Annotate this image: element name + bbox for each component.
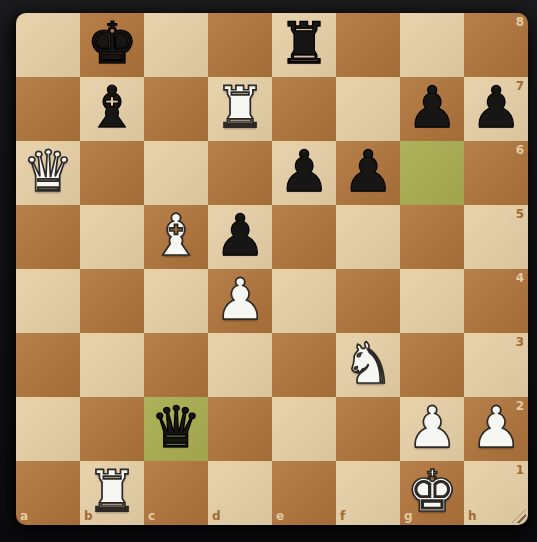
square-a4[interactable]: [16, 269, 80, 333]
square-g8[interactable]: [400, 13, 464, 77]
square-c1[interactable]: c: [144, 461, 208, 525]
square-c8[interactable]: [144, 13, 208, 77]
piece-white-pawn[interactable]: ♟: [214, 267, 265, 331]
square-d4[interactable]: ♟: [208, 269, 272, 333]
square-d3[interactable]: [208, 333, 272, 397]
square-b8[interactable]: ♚: [80, 13, 144, 77]
piece-black-queen[interactable]: ♛: [150, 395, 201, 459]
square-g5[interactable]: [400, 205, 464, 269]
square-d8[interactable]: [208, 13, 272, 77]
square-g1[interactable]: ♚g: [400, 461, 464, 525]
square-a8[interactable]: [16, 13, 80, 77]
square-f3[interactable]: ♞: [336, 333, 400, 397]
piece-white-knight[interactable]: ♞: [342, 331, 393, 395]
square-f1[interactable]: f: [336, 461, 400, 525]
rank-label-5: 5: [516, 207, 524, 221]
square-h4[interactable]: 4: [464, 269, 528, 333]
square-a1[interactable]: a: [16, 461, 80, 525]
square-a2[interactable]: [16, 397, 80, 461]
square-g7[interactable]: ♟: [400, 77, 464, 141]
piece-white-rook[interactable]: ♜: [214, 75, 265, 139]
square-e8[interactable]: ♜: [272, 13, 336, 77]
piece-white-pawn[interactable]: ♟: [406, 395, 457, 459]
piece-black-pawn[interactable]: ♟: [278, 139, 329, 203]
square-a6[interactable]: ♛: [16, 141, 80, 205]
square-h6[interactable]: 6: [464, 141, 528, 205]
rank-label-6: 6: [516, 143, 524, 157]
piece-black-pawn[interactable]: ♟: [214, 203, 265, 267]
square-a7[interactable]: [16, 77, 80, 141]
piece-white-rook[interactable]: ♜: [86, 459, 137, 523]
square-h2[interactable]: ♟2: [464, 397, 528, 461]
square-e3[interactable]: [272, 333, 336, 397]
file-label-a: a: [20, 509, 28, 523]
square-h3[interactable]: 3: [464, 333, 528, 397]
square-c6[interactable]: [144, 141, 208, 205]
square-f2[interactable]: [336, 397, 400, 461]
square-g6[interactable]: [400, 141, 464, 205]
square-g4[interactable]: [400, 269, 464, 333]
piece-black-bishop[interactable]: ♝: [86, 75, 137, 139]
square-c5[interactable]: ♝: [144, 205, 208, 269]
square-d2[interactable]: [208, 397, 272, 461]
square-b5[interactable]: [80, 205, 144, 269]
square-c4[interactable]: [144, 269, 208, 333]
piece-black-pawn[interactable]: ♟: [470, 75, 521, 139]
file-label-c: c: [148, 509, 155, 523]
square-g3[interactable]: [400, 333, 464, 397]
square-h1[interactable]: h1: [464, 461, 528, 525]
square-f6[interactable]: ♟: [336, 141, 400, 205]
square-g2[interactable]: ♟: [400, 397, 464, 461]
resize-handle-icon[interactable]: [512, 509, 526, 523]
file-label-h: h: [468, 509, 477, 523]
square-e2[interactable]: [272, 397, 336, 461]
square-f5[interactable]: [336, 205, 400, 269]
square-b7[interactable]: ♝: [80, 77, 144, 141]
file-label-d: d: [212, 509, 221, 523]
square-h8[interactable]: 8: [464, 13, 528, 77]
square-b3[interactable]: [80, 333, 144, 397]
rank-label-4: 4: [516, 271, 524, 285]
square-h5[interactable]: 5: [464, 205, 528, 269]
square-d6[interactable]: [208, 141, 272, 205]
square-d1[interactable]: d: [208, 461, 272, 525]
square-a5[interactable]: [16, 205, 80, 269]
square-c7[interactable]: [144, 77, 208, 141]
piece-black-pawn[interactable]: ♟: [406, 75, 457, 139]
square-a3[interactable]: [16, 333, 80, 397]
piece-white-queen[interactable]: ♛: [22, 139, 73, 203]
square-b1[interactable]: ♜b: [80, 461, 144, 525]
piece-white-bishop[interactable]: ♝: [150, 203, 201, 267]
square-f4[interactable]: [336, 269, 400, 333]
square-h7[interactable]: ♟7: [464, 77, 528, 141]
square-b4[interactable]: [80, 269, 144, 333]
rank-label-8: 8: [516, 15, 524, 29]
square-e1[interactable]: e: [272, 461, 336, 525]
square-e5[interactable]: [272, 205, 336, 269]
square-e4[interactable]: [272, 269, 336, 333]
square-f7[interactable]: [336, 77, 400, 141]
square-c2[interactable]: ♛: [144, 397, 208, 461]
piece-black-king[interactable]: ♚: [86, 13, 137, 75]
rank-label-1: 1: [516, 463, 524, 477]
rank-label-3: 3: [516, 335, 524, 349]
file-label-e: e: [276, 509, 284, 523]
square-c3[interactable]: [144, 333, 208, 397]
piece-black-pawn[interactable]: ♟: [342, 139, 393, 203]
piece-black-rook[interactable]: ♜: [278, 13, 329, 75]
square-b6[interactable]: [80, 141, 144, 205]
chess-board: ♚♜8♝♜♟♟7♛♟♟6♝♟5♟4♞3♛♟♟2a♜bcdef♚gh1: [16, 13, 528, 525]
square-b2[interactable]: [80, 397, 144, 461]
piece-white-pawn[interactable]: ♟: [470, 395, 521, 459]
square-e6[interactable]: ♟: [272, 141, 336, 205]
square-f8[interactable]: [336, 13, 400, 77]
piece-white-king[interactable]: ♚: [406, 459, 457, 523]
file-label-f: f: [340, 509, 345, 523]
square-e7[interactable]: [272, 77, 336, 141]
page-root: ♚♜8♝♜♟♟7♛♟♟6♝♟5♟4♞3♛♟♟2a♜bcdef♚gh1: [0, 0, 537, 542]
square-d5[interactable]: ♟: [208, 205, 272, 269]
square-d7[interactable]: ♜: [208, 77, 272, 141]
